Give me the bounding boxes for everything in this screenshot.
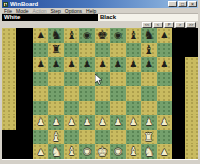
square-e4[interactable] [95,101,110,116]
holding-slot-left[interactable] [2,72,16,87]
square-i1[interactable]: ▲ [157,144,172,159]
square-b7[interactable]: ♟ [48,57,63,72]
square-c8[interactable] [64,43,79,58]
piece-white-knight: ♞ [51,146,62,158]
piece-white-silver: ♝ [67,146,77,157]
square-i8[interactable] [157,43,172,58]
square-g3[interactable]: ♟ [126,115,141,130]
piece-white-lance: ▲ [161,148,167,156]
square-b4[interactable] [48,101,63,116]
gap-column-left [16,115,33,130]
piece-black-pawn: ♟ [52,60,60,69]
nav-to-end-button[interactable]: >> [186,22,196,28]
square-a8[interactable] [33,43,48,58]
square-i9[interactable]: ▲ [157,28,172,43]
square-c3[interactable]: ♟ [64,115,79,130]
square-d1[interactable]: ◉ [79,144,94,159]
nav-forward-button[interactable]: > [175,22,185,28]
piece-white-pawn: ♟ [160,118,168,127]
piece-black-bishop: ♝ [143,44,154,56]
square-a5[interactable] [33,86,48,101]
piece-black-silver: ♝ [128,30,138,41]
square-a7[interactable]: ♟ [33,57,48,72]
shogi-board: ▲♞♝◉♚◉♝♞▲♜♝♟♟♟♟♟♟♟♟♟♟♟♟♟♟♟♟♟♟♝♜▲♞♝◉♚◉♝♞▲ [2,28,198,159]
square-g4[interactable] [126,101,141,116]
winboard-window: ♞ WinBoard _ □ × File Mode Action Step O… [0,0,200,164]
square-f1[interactable]: ◉ [110,144,125,159]
piece-white-pawn: ♟ [68,118,76,127]
square-f4[interactable] [110,101,125,116]
square-i5[interactable] [157,86,172,101]
square-b8[interactable]: ♜ [48,43,63,58]
square-c9[interactable]: ♝ [64,28,79,43]
piece-black-king: ♚ [97,29,108,41]
square-e3[interactable]: ♟ [95,115,110,130]
square-f5[interactable] [110,86,125,101]
square-d3[interactable]: ♟ [79,115,94,130]
square-h7[interactable]: ♟ [141,57,156,72]
square-g7[interactable]: ♟ [126,57,141,72]
piece-white-pawn: ♟ [114,118,122,127]
square-a4[interactable] [33,101,48,116]
square-h5[interactable] [141,86,156,101]
piece-black-pawn: ♟ [145,60,153,69]
piece-white-pawn: ♟ [129,118,137,127]
square-a1[interactable]: ▲ [33,144,48,159]
square-i2[interactable] [157,130,172,145]
square-a2[interactable] [33,130,48,145]
square-e5[interactable] [95,86,110,101]
square-h8[interactable]: ♝ [141,43,156,58]
piece-white-lance: ▲ [38,148,44,156]
square-h4[interactable] [141,101,156,116]
piece-black-rook: ♜ [51,44,61,55]
holding-slot-right[interactable] [185,115,198,130]
piece-white-pawn: ♟ [37,118,45,127]
piece-black-pawn: ♟ [160,60,168,69]
square-d9[interactable]: ◉ [79,28,94,43]
square-i4[interactable] [157,101,172,116]
square-a3[interactable]: ♟ [33,115,48,130]
square-b1[interactable]: ♞ [48,144,63,159]
nav-back-button[interactable]: < [153,22,163,28]
gap-column-left [16,72,33,87]
holding-slot-right[interactable] [185,86,198,101]
holding-slot-left[interactable] [2,86,16,101]
piece-black-silver: ♝ [67,30,77,41]
menu-help[interactable]: Help [86,8,96,14]
square-g1[interactable]: ♝ [126,144,141,159]
nav-button-bar: << < P > >> [2,21,198,28]
title-bar[interactable]: ♞ WinBoard _ □ × [2,0,198,8]
piece-white-bishop: ♝ [51,131,62,143]
square-e1[interactable]: ♚ [95,144,110,159]
square-g2[interactable] [126,130,141,145]
status-bar [2,159,198,163]
piece-white-rook: ♜ [144,132,154,143]
piece-white-king: ♚ [97,146,108,158]
piece-black-pawn: ♟ [98,60,106,69]
holding-slot-right[interactable] [185,101,198,116]
piece-black-lance: ▲ [38,31,44,39]
square-g8[interactable] [126,43,141,58]
piece-black-gold: ◉ [83,31,91,40]
square-c5[interactable] [64,86,79,101]
square-b5[interactable] [48,86,63,101]
holding-slot-left[interactable] [2,101,16,116]
square-a6[interactable] [33,72,48,87]
gap-column-left [16,86,33,101]
piece-white-pawn: ♟ [83,118,91,127]
menu-step[interactable]: Step [50,8,60,14]
gap-column-right [172,115,185,130]
square-i3[interactable]: ♟ [157,115,172,130]
square-d7[interactable]: ♟ [79,57,94,72]
gap-column-left [16,57,33,72]
holding-filler-right [185,43,198,58]
holding-slot-right[interactable] [185,57,198,72]
black-clock-label[interactable]: Black [98,14,198,21]
holding-slot-left[interactable] [2,115,16,130]
piece-black-gold: ◉ [114,31,122,40]
square-d6[interactable] [79,72,94,87]
square-d4[interactable] [79,101,94,116]
square-f7[interactable]: ♟ [110,57,125,72]
piece-white-pawn: ♟ [98,118,106,127]
square-e9[interactable]: ♚ [95,28,110,43]
nav-to-start-button[interactable]: << [142,22,152,28]
square-b2[interactable]: ♝ [48,130,63,145]
square-e6[interactable] [95,72,110,87]
piece-white-silver: ♝ [128,146,138,157]
square-g6[interactable] [126,72,141,87]
holding-slot-left[interactable] [2,43,16,58]
gap-column-right [172,28,185,43]
holding-slot-left[interactable] [2,28,16,43]
square-h9[interactable]: ♞ [141,28,156,43]
holding-filler-left [2,144,16,159]
square-a9[interactable]: ▲ [33,28,48,43]
white-clock-label[interactable]: White [2,14,98,21]
holding-filler-right [185,28,198,43]
holding-slot-right[interactable] [185,144,198,159]
square-c2[interactable] [64,130,79,145]
clock-row: White Black [2,14,198,21]
holding-slot-right[interactable] [185,130,198,145]
square-f8[interactable] [110,43,125,58]
nav-pause-button[interactable]: P [164,22,174,28]
window-controls: _ □ × [168,1,197,7]
piece-black-pawn: ♟ [129,60,137,69]
square-c4[interactable] [64,101,79,116]
gap-column-left [16,144,33,159]
gap-column-left [16,130,33,145]
gap-column-left [16,43,33,58]
square-c6[interactable] [64,72,79,87]
gap-column-right [172,72,185,87]
holding-slot-left[interactable] [2,57,16,72]
square-h3[interactable]: ♟ [141,115,156,130]
square-b6[interactable] [48,72,63,87]
piece-white-pawn: ♟ [52,118,60,127]
piece-white-gold: ◉ [114,147,122,156]
square-f9[interactable]: ◉ [110,28,125,43]
square-i7[interactable]: ♟ [157,57,172,72]
piece-black-knight: ♞ [143,29,154,41]
gap-column-left [16,101,33,116]
square-g9[interactable]: ♝ [126,28,141,43]
square-e7[interactable]: ♟ [95,57,110,72]
menu-options[interactable]: Options [65,8,82,14]
square-d5[interactable] [79,86,94,101]
square-h1[interactable]: ♞ [141,144,156,159]
menu-mode[interactable]: Mode [16,8,29,14]
square-i6[interactable] [157,72,172,87]
square-b3[interactable]: ♟ [48,115,63,130]
holding-slot-right[interactable] [185,72,198,87]
square-g5[interactable] [126,86,141,101]
piece-black-pawn: ♟ [37,60,45,69]
gap-column-right [172,101,185,116]
square-f3[interactable]: ♟ [110,115,125,130]
square-b9[interactable]: ♞ [48,28,63,43]
square-d8[interactable] [79,43,94,58]
holding-filler-left [2,130,16,145]
app-icon[interactable]: ♞ [3,2,8,7]
piece-black-pawn: ♟ [68,60,76,69]
menu-file[interactable]: File [4,8,12,14]
square-e2[interactable] [95,130,110,145]
piece-black-knight: ♞ [51,29,62,41]
square-e8[interactable] [95,43,110,58]
piece-black-lance: ▲ [161,31,167,39]
maximize-button[interactable]: □ [178,1,187,7]
piece-black-pawn: ♟ [83,60,91,69]
menu-action[interactable]: Action [33,8,47,14]
minimize-button[interactable]: _ [168,1,177,7]
square-f6[interactable] [110,72,125,87]
square-c7[interactable]: ♟ [64,57,79,72]
piece-white-gold: ◉ [83,147,91,156]
gap-column-right [172,57,185,72]
square-h6[interactable] [141,72,156,87]
square-d2[interactable] [79,130,94,145]
gap-column-right [172,86,185,101]
piece-white-knight: ♞ [143,146,154,158]
piece-black-pawn: ♟ [114,60,122,69]
close-button[interactable]: × [188,1,197,7]
square-c1[interactable]: ♝ [64,144,79,159]
gap-column-right [172,144,185,159]
piece-white-pawn: ♟ [145,118,153,127]
gap-column-left [16,28,33,43]
gap-column-right [172,130,185,145]
square-f2[interactable] [110,130,125,145]
gap-column-right [172,43,185,58]
square-h2[interactable]: ♜ [141,130,156,145]
